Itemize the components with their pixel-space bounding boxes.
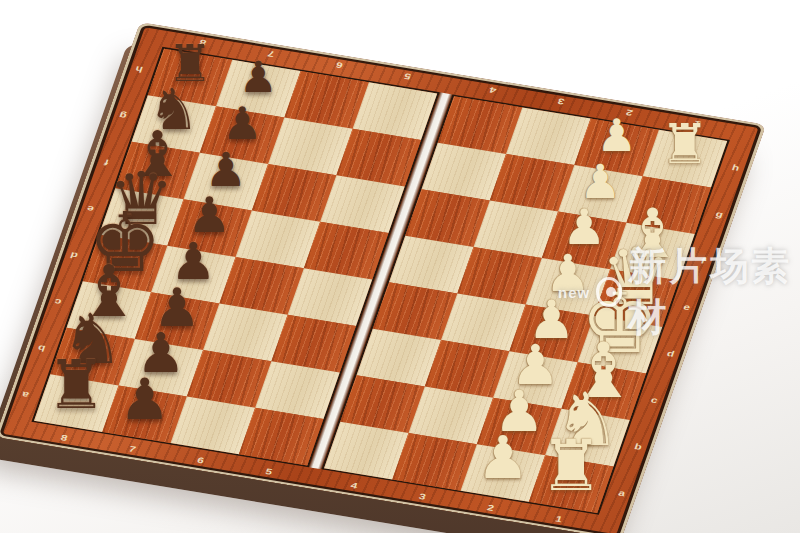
- coord-right-file-g: g: [715, 209, 725, 219]
- coord-top-rank-6: 6: [334, 60, 343, 70]
- coord-bottom-rank-1: 1: [554, 514, 563, 524]
- coord-top-rank-8: 8: [197, 38, 206, 48]
- coord-top-rank-4: 4: [487, 86, 496, 96]
- watermark-text: 新片场素材: [628, 241, 800, 343]
- coord-right-file-d: d: [666, 348, 676, 358]
- coord-bottom-rank-2: 2: [486, 503, 495, 513]
- square-a5: [239, 408, 324, 466]
- coord-right-file-h: h: [731, 162, 741, 172]
- coord-bottom-rank-5: 5: [264, 467, 273, 477]
- coord-left-file-b: b: [37, 343, 47, 353]
- watermark-circle-logo-icon: [596, 277, 622, 307]
- watermark-new-label: new: [558, 284, 590, 301]
- coord-left-file-a: a: [21, 390, 30, 400]
- coord-right-file-c: c: [650, 395, 659, 405]
- coord-left-file-d: d: [69, 250, 79, 260]
- coord-left-file-g: g: [118, 111, 128, 121]
- coord-left-file-c: c: [53, 297, 62, 307]
- coord-bottom-rank-4: 4: [349, 480, 358, 490]
- coord-top-rank-3: 3: [556, 97, 565, 107]
- coord-top-rank-1: 1: [692, 119, 701, 129]
- coord-left-file-h: h: [134, 64, 144, 74]
- coord-bottom-rank-6: 6: [196, 455, 205, 465]
- coord-top-rank-2: 2: [624, 108, 633, 118]
- coord-bottom-rank-8: 8: [59, 433, 68, 443]
- coord-right-file-a: a: [617, 488, 626, 498]
- coord-bottom-rank-3: 3: [418, 492, 427, 502]
- coord-right-file-b: b: [633, 441, 643, 451]
- coord-top-rank-5: 5: [402, 72, 411, 82]
- coord-top-rank-7: 7: [266, 49, 275, 59]
- coord-left-file-e: e: [86, 204, 95, 214]
- coord-left-file-f: f: [103, 158, 110, 167]
- photo-background: 8877665544332211hhggffeeddccbbaa ♜♞♝♚♛♝♞…: [0, 0, 800, 533]
- square-a1: [529, 455, 614, 513]
- coord-bottom-rank-7: 7: [128, 444, 137, 454]
- watermark: new 新片场素材: [558, 241, 800, 343]
